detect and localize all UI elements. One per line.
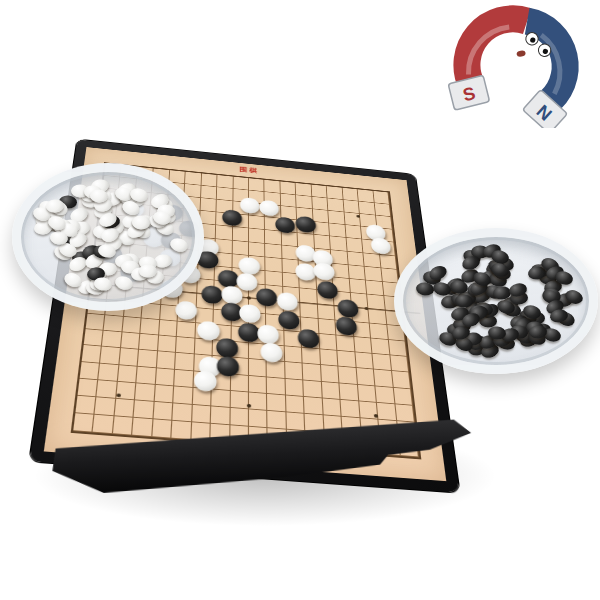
tray-stone-black — [415, 282, 434, 297]
board-cell — [392, 371, 411, 389]
board-cell — [371, 339, 390, 356]
board-cell — [338, 351, 357, 368]
board-cell — [336, 321, 354, 338]
board-cell — [356, 368, 375, 386]
board-cell — [374, 370, 393, 388]
board-cell — [267, 377, 286, 395]
board-cell — [373, 354, 392, 371]
board-cell — [301, 303, 319, 319]
board-cell — [249, 392, 268, 411]
board-cell — [321, 365, 340, 383]
board-cell — [102, 331, 122, 348]
board-cell — [231, 311, 249, 328]
board-cell — [301, 317, 319, 334]
board-cell — [212, 356, 231, 374]
board-cell — [80, 362, 101, 380]
board-cell — [323, 398, 342, 416]
board-cell — [249, 343, 267, 360]
board-cell — [122, 317, 142, 334]
board-cell — [285, 379, 304, 397]
board-cell — [139, 334, 158, 351]
board-cell — [352, 307, 370, 323]
board-cell — [179, 292, 197, 308]
board-cell — [249, 298, 266, 314]
board-cell — [99, 363, 120, 381]
board-cell — [267, 394, 286, 412]
magnet-illustration: S N — [436, 4, 598, 128]
board-cell — [267, 361, 285, 379]
board-cell — [302, 348, 320, 365]
board-cell — [230, 374, 249, 392]
board-cell — [78, 378, 99, 397]
board-cell — [355, 353, 374, 370]
board-cell — [232, 268, 249, 284]
board-cell — [299, 274, 316, 290]
board-cell — [116, 381, 137, 400]
board-cell — [113, 416, 134, 435]
board-cell — [286, 412, 305, 431]
board-cell — [194, 339, 213, 356]
board-cell — [320, 350, 339, 367]
board-cell — [175, 353, 194, 371]
board-cell — [266, 314, 284, 331]
board-cell — [285, 362, 304, 380]
board-cell — [173, 403, 193, 422]
board-cell — [196, 308, 214, 325]
board-cell — [339, 367, 358, 385]
board-cell — [214, 295, 232, 311]
board-cell — [283, 272, 300, 288]
board-cell — [249, 409, 268, 428]
board-cell — [318, 304, 336, 320]
board-cell — [104, 315, 124, 332]
board-cell — [230, 408, 249, 427]
board-cell — [178, 307, 196, 324]
tray-stone-white — [131, 215, 150, 229]
white-stone-tray — [12, 163, 204, 311]
board-cell — [249, 359, 267, 377]
magnet-mouth — [516, 50, 526, 57]
board-cell — [375, 386, 395, 404]
board-cell — [118, 365, 138, 383]
board-cell — [84, 329, 104, 347]
board-cell — [73, 413, 95, 433]
board-cell — [249, 313, 267, 330]
board-cell — [135, 383, 155, 402]
board-cell — [192, 405, 212, 424]
board-cell — [121, 333, 141, 350]
board-cell — [230, 391, 249, 410]
board-cell — [231, 296, 249, 312]
board-cell — [142, 303, 161, 320]
board-cell — [177, 322, 196, 339]
product-photo: 围棋 围棋 S N — [0, 0, 600, 600]
board-cell — [359, 401, 379, 419]
board-cell — [156, 368, 176, 386]
board-cell — [196, 293, 214, 309]
board-cell — [157, 352, 176, 370]
tray-stone-white — [169, 236, 190, 254]
board-cell — [341, 400, 360, 418]
board-cell — [132, 418, 153, 437]
board-cell — [75, 396, 96, 415]
magnet-south-tip: S — [448, 75, 489, 110]
board-cell — [153, 402, 173, 421]
board-cell — [173, 386, 193, 405]
board-cell — [353, 322, 371, 339]
board-cell — [249, 376, 267, 394]
board-cell — [93, 415, 114, 434]
white-tray-stones — [22, 173, 194, 301]
board-cell — [266, 300, 284, 316]
board-cell — [138, 350, 158, 368]
board-cell — [283, 301, 301, 317]
board-cell — [285, 346, 303, 363]
board-cell — [137, 366, 157, 384]
board-cell — [266, 271, 283, 287]
board-cell — [318, 319, 336, 336]
board-cell — [369, 309, 387, 325]
board-cell — [176, 337, 195, 354]
board-cell — [322, 382, 341, 400]
board-cell — [267, 345, 285, 362]
board-cell — [211, 406, 230, 425]
board-cell — [393, 387, 413, 405]
board-cell — [304, 380, 323, 398]
board-cell — [158, 336, 177, 353]
board-cell — [134, 400, 155, 419]
board-cell — [231, 326, 249, 343]
board-cell — [268, 411, 287, 430]
board-cell — [319, 334, 337, 351]
board-cell — [215, 266, 232, 282]
board-cell — [354, 337, 373, 354]
board-cell — [152, 419, 172, 438]
board-cell — [388, 340, 407, 357]
board-cell — [284, 316, 302, 333]
board-cell — [100, 347, 120, 365]
board-cell — [97, 380, 118, 399]
board-cell — [195, 323, 213, 340]
board-cell — [119, 348, 139, 366]
board-cell — [358, 385, 377, 403]
board-cell — [249, 328, 267, 345]
board-cell — [214, 310, 232, 327]
board-cell — [231, 342, 249, 359]
board-cell — [390, 356, 409, 373]
board-cell — [304, 397, 323, 415]
board-cell — [335, 306, 353, 322]
board-cell — [95, 397, 116, 416]
board-cell — [267, 329, 285, 346]
board-cell — [231, 358, 249, 376]
black-tray-stones — [404, 238, 588, 364]
board-cell — [154, 385, 174, 404]
black-stone-tray — [394, 228, 598, 374]
board-cell — [160, 305, 179, 322]
board-cell — [249, 269, 266, 285]
board-cell — [114, 399, 135, 418]
board-cell — [340, 383, 359, 401]
board-cell — [174, 369, 193, 387]
board-cell — [172, 421, 192, 440]
board-cell — [197, 265, 215, 281]
board-cell — [193, 371, 212, 389]
board-cell — [395, 404, 415, 422]
board-label-top: 围棋 — [239, 165, 259, 175]
board-cell — [159, 320, 178, 337]
board-cell — [211, 389, 230, 408]
board-cell — [337, 336, 356, 353]
board-cell — [82, 345, 103, 363]
board-cell — [302, 333, 320, 350]
board-cell — [194, 355, 213, 373]
board-cell — [86, 314, 106, 331]
board-cell — [213, 340, 231, 357]
board-cell — [284, 331, 302, 348]
board-cell — [303, 364, 322, 382]
board-cell — [192, 388, 211, 407]
board-cell — [212, 372, 231, 390]
board-cell — [213, 325, 231, 342]
board-cell — [377, 403, 397, 421]
board-cell — [370, 324, 389, 341]
board-cell — [286, 395, 305, 413]
board-cell — [141, 319, 160, 336]
